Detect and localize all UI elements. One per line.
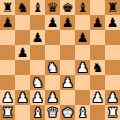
white-rook-piece: ♜: [107, 105, 119, 120]
square-c8[interactable]: ♝: [30, 0, 45, 15]
square-g7[interactable]: ♟: [90, 15, 105, 30]
white-knight-piece: ♞: [32, 75, 44, 90]
white-knight-piece: ♞: [47, 60, 59, 75]
square-d5[interactable]: [45, 45, 60, 60]
black-pawn-piece: ♟: [62, 15, 74, 30]
square-b5[interactable]: ♟: [15, 45, 30, 60]
square-c7[interactable]: [30, 15, 45, 30]
square-a3[interactable]: [0, 75, 15, 90]
square-e8[interactable]: ♚: [60, 0, 75, 15]
white-queen-piece: ♛: [47, 105, 59, 120]
black-queen-piece: ♛: [47, 0, 59, 15]
square-c4[interactable]: [30, 60, 45, 75]
square-c6[interactable]: ♟: [30, 30, 45, 45]
black-rook-piece: ♜: [2, 0, 14, 15]
square-f2[interactable]: [75, 90, 90, 105]
square-h5[interactable]: [105, 45, 120, 60]
square-h6[interactable]: [105, 30, 120, 45]
square-d8[interactable]: ♛: [45, 0, 60, 15]
chess-board: ♜♞♝♛♚♝♜♟♟♟♟♟♟♟♟♞♟♞♞♟♟♟♟♟♟♟♜♝♛♚♝♜: [0, 0, 120, 120]
square-e1[interactable]: ♚: [60, 105, 75, 120]
square-f3[interactable]: [75, 75, 90, 90]
square-a6[interactable]: [0, 30, 15, 45]
black-bishop-piece: ♝: [32, 0, 44, 15]
black-rook-piece: ♜: [107, 0, 119, 15]
black-pawn-piece: ♟: [17, 45, 29, 60]
black-pawn-piece: ♟: [77, 30, 89, 45]
square-h8[interactable]: ♜: [105, 0, 120, 15]
white-rook-piece: ♜: [2, 105, 14, 120]
square-a8[interactable]: ♜: [0, 0, 15, 15]
square-c5[interactable]: [30, 45, 45, 60]
white-pawn-piece: ♟: [92, 90, 104, 105]
square-b7[interactable]: [15, 15, 30, 30]
square-f7[interactable]: [75, 15, 90, 30]
square-d6[interactable]: [45, 30, 60, 45]
square-a2[interactable]: ♟: [0, 90, 15, 105]
white-bishop-piece: ♝: [77, 105, 89, 120]
square-a7[interactable]: ♟: [0, 15, 15, 30]
square-e7[interactable]: ♟: [60, 15, 75, 30]
square-a4[interactable]: [0, 60, 15, 75]
white-pawn-piece: ♟: [107, 90, 119, 105]
white-pawn-piece: ♟: [77, 60, 89, 75]
square-f4[interactable]: ♟: [75, 60, 90, 75]
square-b3[interactable]: [15, 75, 30, 90]
white-pawn-piece: ♟: [47, 90, 59, 105]
square-g6[interactable]: [90, 30, 105, 45]
square-g5[interactable]: [90, 45, 105, 60]
square-b1[interactable]: [15, 105, 30, 120]
square-c3[interactable]: ♞: [30, 75, 45, 90]
square-c2[interactable]: ♟: [30, 90, 45, 105]
square-f6[interactable]: ♟: [75, 30, 90, 45]
square-e6[interactable]: [60, 30, 75, 45]
square-e5[interactable]: [60, 45, 75, 60]
white-bishop-piece: ♝: [32, 105, 44, 120]
white-pawn-piece: ♟: [32, 90, 44, 105]
square-b8[interactable]: ♞: [15, 0, 30, 15]
square-g2[interactable]: ♟: [90, 90, 105, 105]
white-pawn-piece: ♟: [17, 90, 29, 105]
square-a1[interactable]: ♜: [0, 105, 15, 120]
black-knight-piece: ♞: [17, 0, 29, 15]
square-g1[interactable]: [90, 105, 105, 120]
black-king-piece: ♚: [62, 0, 74, 15]
square-f1[interactable]: ♝: [75, 105, 90, 120]
square-h2[interactable]: ♟: [105, 90, 120, 105]
black-pawn-piece: ♟: [32, 30, 44, 45]
square-d2[interactable]: ♟: [45, 90, 60, 105]
square-a5[interactable]: [0, 45, 15, 60]
square-b6[interactable]: [15, 30, 30, 45]
square-b2[interactable]: ♟: [15, 90, 30, 105]
white-king-piece: ♚: [62, 105, 74, 120]
square-g3[interactable]: [90, 75, 105, 90]
square-c1[interactable]: ♝: [30, 105, 45, 120]
black-pawn-piece: ♟: [47, 15, 59, 30]
square-g4[interactable]: ♞: [90, 60, 105, 75]
square-e3[interactable]: ♟: [60, 75, 75, 90]
black-pawn-piece: ♟: [107, 15, 119, 30]
square-b4[interactable]: [15, 60, 30, 75]
black-bishop-piece: ♝: [77, 0, 89, 15]
square-h1[interactable]: ♜: [105, 105, 120, 120]
square-d4[interactable]: ♞: [45, 60, 60, 75]
square-e4[interactable]: [60, 60, 75, 75]
square-d3[interactable]: [45, 75, 60, 90]
square-h3[interactable]: [105, 75, 120, 90]
square-g8[interactable]: [90, 0, 105, 15]
black-pawn-piece: ♟: [92, 15, 104, 30]
white-pawn-piece: ♟: [62, 75, 74, 90]
square-h4[interactable]: [105, 60, 120, 75]
square-d7[interactable]: ♟: [45, 15, 60, 30]
square-h7[interactable]: ♟: [105, 15, 120, 30]
square-f8[interactable]: ♝: [75, 0, 90, 15]
square-d1[interactable]: ♛: [45, 105, 60, 120]
square-f5[interactable]: [75, 45, 90, 60]
white-pawn-piece: ♟: [2, 90, 14, 105]
square-e2[interactable]: [60, 90, 75, 105]
black-knight-piece: ♞: [92, 60, 104, 75]
black-pawn-piece: ♟: [2, 15, 14, 30]
